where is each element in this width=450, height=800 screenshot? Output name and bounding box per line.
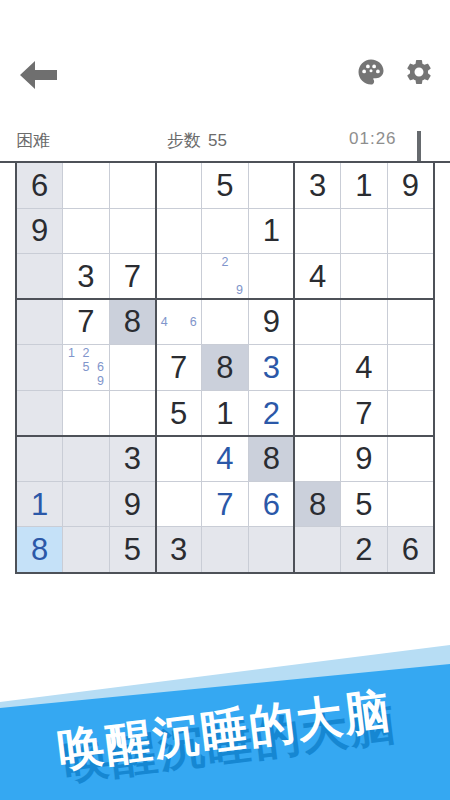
given-digit: 9 — [263, 306, 280, 337]
cell-r5c4[interactable]: 7 — [156, 345, 201, 390]
cell-r5c5[interactable]: 8 — [202, 345, 247, 390]
user-digit: 6 — [263, 489, 280, 520]
user-digit: 1 — [31, 489, 48, 520]
given-digit: 5 — [124, 534, 141, 565]
cell-r9c6[interactable] — [249, 527, 294, 572]
cell-r3c4[interactable] — [156, 254, 201, 299]
cell-r2c4[interactable] — [156, 209, 201, 254]
cell-r4c9[interactable] — [388, 300, 433, 345]
given-digit: 9 — [402, 170, 419, 201]
cell-r7c2[interactable] — [63, 436, 108, 481]
box-border-horizontal-2 — [16, 435, 434, 437]
box-border-vertical-1 — [155, 162, 157, 573]
cell-r9c4[interactable]: 3 — [156, 527, 201, 572]
given-digit: 5 — [216, 170, 233, 201]
cell-r3c2[interactable]: 3 — [63, 254, 108, 299]
cell-r2c2[interactable] — [63, 209, 108, 254]
user-digit: 2 — [263, 398, 280, 429]
pencil-notes: 12569 — [64, 346, 107, 389]
given-digit: 6 — [31, 170, 48, 201]
cell-r8c6[interactable]: 6 — [249, 482, 294, 527]
cell-r4c2[interactable]: 7 — [63, 300, 108, 345]
cell-r8c3[interactable]: 9 — [110, 482, 155, 527]
cell-r8c4[interactable] — [156, 482, 201, 527]
cell-r3c8[interactable] — [341, 254, 386, 299]
cell-r6c5[interactable]: 1 — [202, 391, 247, 436]
cell-r1c1[interactable]: 6 — [17, 163, 62, 208]
given-digit: 4 — [309, 261, 326, 292]
cell-r7c5[interactable]: 4 — [202, 436, 247, 481]
cell-r7c7[interactable] — [295, 436, 340, 481]
cell-r7c1[interactable] — [17, 436, 62, 481]
box-border-vertical-2 — [293, 162, 295, 573]
difficulty-label: 困难 — [16, 129, 50, 152]
given-digit: 7 — [355, 398, 372, 429]
box-border-horizontal-1 — [16, 298, 434, 300]
cell-r5c6[interactable]: 3 — [249, 345, 294, 390]
user-digit: 4 — [216, 443, 233, 474]
given-digit: 8 — [309, 489, 326, 520]
cell-r3c7[interactable]: 4 — [295, 254, 340, 299]
cell-r5c7[interactable] — [295, 345, 340, 390]
cell-r9c8[interactable]: 2 — [341, 527, 386, 572]
given-digit: 8 — [216, 352, 233, 383]
given-digit: 9 — [124, 489, 141, 520]
cell-r3c6[interactable] — [249, 254, 294, 299]
promo-banner[interactable]: 唤醒沉睡的大脑 — [0, 640, 450, 800]
cell-r2c8[interactable] — [341, 209, 386, 254]
cell-r8c1[interactable]: 1 — [17, 482, 62, 527]
cell-r2c7[interactable] — [295, 209, 340, 254]
cell-r4c1[interactable] — [17, 300, 62, 345]
cell-r3c5[interactable]: 29 — [202, 254, 247, 299]
back-arrow-icon — [20, 77, 57, 92]
given-digit: 5 — [170, 398, 187, 429]
cell-r5c9[interactable] — [388, 345, 433, 390]
cell-r6c4[interactable]: 5 — [156, 391, 201, 436]
cell-r9c5[interactable] — [202, 527, 247, 572]
cell-r4c6[interactable]: 9 — [249, 300, 294, 345]
cell-r7c4[interactable] — [156, 436, 201, 481]
cell-r8c8[interactable]: 5 — [341, 482, 386, 527]
user-digit: 3 — [263, 352, 280, 383]
given-digit: 7 — [124, 261, 141, 292]
cell-r9c1[interactable]: 8 — [17, 527, 62, 572]
cell-r9c3[interactable]: 5 — [110, 527, 155, 572]
cell-r2c9[interactable] — [388, 209, 433, 254]
cell-r1c9[interactable]: 9 — [388, 163, 433, 208]
given-digit: 9 — [355, 443, 372, 474]
steps-value: 55 — [208, 131, 227, 150]
pause-button[interactable] — [414, 131, 428, 147]
cell-r5c1[interactable] — [17, 345, 62, 390]
cell-r6c7[interactable] — [295, 391, 340, 436]
given-digit: 8 — [263, 443, 280, 474]
cell-r8c7[interactable]: 8 — [295, 482, 340, 527]
cell-r1c4[interactable] — [156, 163, 201, 208]
pencil-notes: 29 — [203, 255, 246, 298]
given-digit: 7 — [77, 306, 94, 337]
cell-r5c8[interactable]: 4 — [341, 345, 386, 390]
cell-r2c3[interactable] — [110, 209, 155, 254]
given-digit: 1 — [263, 215, 280, 246]
cell-r2c6[interactable]: 1 — [249, 209, 294, 254]
cell-r1c8[interactable]: 1 — [341, 163, 386, 208]
given-digit: 3 — [124, 443, 141, 474]
cell-r6c8[interactable]: 7 — [341, 391, 386, 436]
cell-r7c3[interactable]: 3 — [110, 436, 155, 481]
cell-r7c6[interactable]: 8 — [249, 436, 294, 481]
given-digit: 5 — [355, 489, 372, 520]
cell-r5c2[interactable]: 12569 — [63, 345, 108, 390]
cell-r3c1[interactable] — [17, 254, 62, 299]
cell-r4c5[interactable] — [202, 300, 247, 345]
cell-r2c5[interactable] — [202, 209, 247, 254]
back-button[interactable] — [20, 61, 57, 89]
cell-r4c3[interactable]: 8 — [110, 300, 155, 345]
given-digit: 1 — [355, 170, 372, 201]
cell-r6c3[interactable] — [110, 391, 155, 436]
cell-r3c9[interactable] — [388, 254, 433, 299]
given-digit: 3 — [309, 170, 326, 201]
given-digit: 3 — [77, 261, 94, 292]
cell-r7c8[interactable]: 9 — [341, 436, 386, 481]
user-digit: 7 — [216, 489, 233, 520]
gear-icon — [404, 75, 434, 90]
given-digit: 3 — [170, 534, 187, 565]
cell-r6c1[interactable] — [17, 391, 62, 436]
cell-r4c8[interactable] — [341, 300, 386, 345]
cell-r9c7[interactable] — [295, 527, 340, 572]
cell-r8c9[interactable] — [388, 482, 433, 527]
steps-label: 步数 — [167, 131, 201, 150]
cell-r6c9[interactable] — [388, 391, 433, 436]
cell-r6c2[interactable] — [63, 391, 108, 436]
theme-button[interactable] — [356, 57, 386, 87]
given-digit: 2 — [355, 534, 372, 565]
cell-r1c2[interactable] — [63, 163, 108, 208]
cell-r5c3[interactable] — [110, 345, 155, 390]
cell-r9c9[interactable]: 6 — [388, 527, 433, 572]
cell-r4c7[interactable] — [295, 300, 340, 345]
given-digit: 6 — [402, 534, 419, 565]
pencil-notes: 46 — [157, 301, 200, 344]
timer: 01:26 — [349, 129, 397, 149]
cell-r1c5[interactable]: 5 — [202, 163, 247, 208]
sudoku-board: 6531991372947846912569783451273489197685… — [15, 161, 435, 574]
cell-r4c4[interactable]: 46 — [156, 300, 201, 345]
user-digit: 8 — [31, 534, 48, 565]
cell-r9c2[interactable] — [63, 527, 108, 572]
given-digit: 8 — [124, 306, 141, 337]
palette-icon — [356, 75, 386, 90]
cell-r2c1[interactable]: 9 — [17, 209, 62, 254]
pause-icon — [417, 131, 425, 161]
cell-r8c5[interactable]: 7 — [202, 482, 247, 527]
settings-button[interactable] — [404, 57, 434, 87]
given-digit: 9 — [31, 215, 48, 246]
cell-r1c7[interactable]: 3 — [295, 163, 340, 208]
given-digit: 7 — [170, 352, 187, 383]
cell-r1c3[interactable] — [110, 163, 155, 208]
cell-r1c6[interactable] — [249, 163, 294, 208]
cell-r8c2[interactable] — [63, 482, 108, 527]
given-digit: 1 — [216, 398, 233, 429]
cell-r7c9[interactable] — [388, 436, 433, 481]
cell-r3c3[interactable]: 7 — [110, 254, 155, 299]
given-digit: 4 — [355, 352, 372, 383]
steps-counter: 步数55 — [167, 129, 227, 152]
cell-r6c6[interactable]: 2 — [249, 391, 294, 436]
